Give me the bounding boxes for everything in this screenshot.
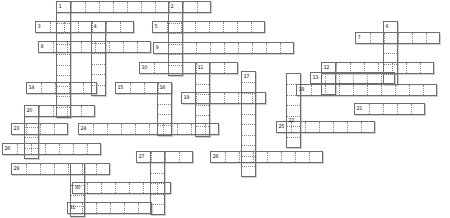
cell-separator: [151, 194, 164, 195]
cell-separator: [182, 63, 183, 73]
cell-separator: [183, 2, 184, 12]
cell-separator: [191, 124, 192, 134]
cell-separator: [383, 104, 384, 114]
cell-separator: [224, 63, 225, 73]
cell-separator: [158, 104, 171, 105]
cell-separator: [158, 83, 159, 93]
cell-separator: [181, 22, 182, 32]
clue-number-19: 19: [184, 95, 189, 100]
cell-separator: [57, 96, 70, 97]
cell-separator: [50, 22, 51, 32]
cell-separator: [163, 124, 164, 134]
cell-separator: [280, 43, 281, 53]
word-slot-5A: 5: [152, 21, 265, 33]
clue-number-23: 23: [14, 126, 19, 131]
clue-number-12: 12: [324, 65, 329, 70]
cell-separator: [57, 65, 70, 66]
cell-separator: [96, 203, 97, 213]
word-slot-24A: 24: [78, 123, 219, 135]
cell-separator: [266, 43, 267, 53]
cell-separator: [151, 204, 164, 205]
word-slot-31A: 31: [67, 202, 152, 214]
cell-separator: [151, 173, 164, 174]
cell-separator: [384, 53, 397, 54]
cell-separator: [224, 43, 225, 53]
cell-separator: [40, 124, 41, 134]
clue-number-28: 28: [213, 154, 218, 159]
cell-separator: [287, 105, 300, 106]
cell-separator: [242, 124, 255, 125]
cell-separator: [169, 2, 170, 12]
cell-separator: [67, 42, 68, 52]
word-slot-26A: 26: [2, 143, 101, 155]
cell-separator: [409, 85, 410, 95]
cell-separator: [353, 85, 354, 95]
cell-separator: [45, 144, 46, 154]
cell-separator: [325, 73, 326, 83]
clue-number-10: 10: [142, 65, 147, 70]
cell-separator: [395, 85, 396, 95]
word-slot-7A: 7: [355, 32, 440, 44]
cell-separator: [26, 124, 27, 134]
cell-separator: [196, 43, 197, 53]
cell-separator: [361, 122, 362, 132]
cell-separator: [96, 164, 97, 174]
cell-separator: [237, 22, 238, 32]
cell-separator: [224, 93, 225, 103]
clue-number-3: 3: [38, 24, 41, 29]
cell-separator: [40, 164, 41, 174]
cell-separator: [325, 85, 326, 95]
cell-separator: [82, 164, 83, 174]
cell-separator: [71, 195, 84, 196]
word-slot-19A: 19: [181, 92, 266, 104]
cell-separator: [41, 83, 42, 93]
clue-number-29: 29: [14, 166, 19, 171]
cell-separator: [406, 63, 407, 73]
cell-separator: [196, 105, 209, 106]
clue-number-26: 26: [5, 146, 10, 151]
cell-separator: [295, 152, 296, 162]
cell-separator: [253, 152, 254, 162]
cell-separator: [426, 33, 427, 43]
cell-separator: [347, 122, 348, 132]
cell-separator: [92, 64, 105, 65]
cell-separator: [397, 104, 398, 114]
cell-separator: [127, 2, 128, 12]
cell-separator: [82, 203, 83, 213]
cell-separator: [287, 116, 300, 117]
cell-separator: [129, 183, 130, 193]
cell-separator: [305, 122, 306, 132]
cell-separator: [67, 106, 68, 116]
word-slot-8A: 8: [38, 41, 151, 53]
cell-separator: [155, 2, 156, 12]
cell-separator: [165, 152, 166, 162]
cell-separator: [333, 122, 334, 132]
word-slot-30A: 30: [72, 182, 171, 194]
cell-separator: [101, 183, 102, 193]
clue-number-31: 31: [70, 205, 75, 210]
clue-number-20: 20: [27, 108, 32, 113]
cell-separator: [113, 2, 114, 12]
cell-separator: [57, 75, 70, 76]
cell-separator: [252, 43, 253, 53]
cell-separator: [110, 203, 111, 213]
word-slot-9A: 9: [153, 42, 294, 54]
cell-separator: [168, 43, 169, 53]
cell-separator: [87, 144, 88, 154]
cell-separator: [398, 33, 399, 43]
cell-separator: [92, 22, 93, 32]
word-slot-14A: 14: [26, 82, 97, 94]
cell-separator: [124, 203, 125, 213]
cell-separator: [71, 2, 72, 12]
cell-separator: [423, 85, 424, 95]
cell-separator: [121, 124, 122, 134]
cell-separator: [196, 84, 209, 85]
cell-separator: [169, 54, 182, 55]
word-slot-21A: 21: [354, 103, 425, 115]
cell-separator: [144, 83, 145, 93]
cell-separator: [115, 183, 116, 193]
cell-separator: [252, 93, 253, 103]
cell-separator: [242, 114, 255, 115]
word-slot-29A: 29: [11, 163, 110, 175]
cell-separator: [137, 42, 138, 52]
cell-separator: [210, 63, 211, 73]
cell-separator: [81, 106, 82, 116]
cell-separator: [412, 33, 413, 43]
cell-separator: [319, 122, 320, 132]
word-slot-23A: 23: [11, 123, 68, 135]
cell-separator: [69, 83, 70, 93]
cell-separator: [59, 144, 60, 154]
cell-separator: [92, 53, 105, 54]
cell-separator: [78, 22, 79, 32]
cell-separator: [196, 63, 197, 73]
cell-separator: [311, 85, 312, 95]
cell-separator: [367, 85, 368, 95]
cell-separator: [367, 73, 368, 83]
cell-separator: [177, 124, 178, 134]
clue-number-13: 13: [313, 75, 318, 80]
cell-separator: [154, 63, 155, 73]
cell-separator: [39, 106, 40, 116]
clue-number-9: 9: [156, 45, 159, 50]
cell-separator: [95, 42, 96, 52]
cell-separator: [195, 22, 196, 32]
cell-separator: [223, 22, 224, 32]
cell-separator: [87, 183, 88, 193]
cell-separator: [353, 73, 354, 83]
cell-separator: [157, 183, 158, 193]
word-slot-13A: 13: [310, 72, 395, 84]
cell-separator: [182, 43, 183, 53]
cell-separator: [196, 93, 197, 103]
cell-separator: [26, 164, 27, 174]
cell-separator: [205, 124, 206, 134]
cell-separator: [197, 2, 198, 12]
cell-separator: [287, 137, 300, 138]
cell-separator: [225, 152, 226, 162]
cell-separator: [141, 2, 142, 12]
cell-separator: [73, 144, 74, 154]
cell-separator: [54, 164, 55, 174]
cell-separator: [339, 73, 340, 83]
cell-separator: [291, 122, 292, 132]
cell-separator: [123, 42, 124, 52]
cell-separator: [242, 135, 255, 136]
word-slot-15A: 15: [115, 82, 172, 94]
cell-separator: [411, 104, 412, 114]
crossword-board: 2461117221613578910121314151819202123242…: [0, 0, 450, 218]
cell-separator: [143, 183, 144, 193]
word-slot-10A: 10: [139, 62, 238, 74]
cell-separator: [179, 152, 180, 162]
cell-separator: [169, 33, 182, 34]
clue-number-15: 15: [118, 85, 123, 90]
cell-separator: [339, 85, 340, 95]
cell-separator: [369, 104, 370, 114]
clue-number-27: 27: [139, 154, 144, 159]
clue-number-21: 21: [357, 106, 362, 111]
cell-separator: [210, 93, 211, 103]
cell-separator: [167, 22, 168, 32]
cell-separator: [130, 83, 131, 93]
cell-separator: [196, 115, 209, 116]
cell-separator: [57, 33, 70, 34]
cell-separator: [106, 22, 107, 32]
cell-separator: [370, 33, 371, 43]
clue-number-8: 8: [41, 44, 44, 49]
cell-separator: [135, 124, 136, 134]
cell-separator: [267, 152, 268, 162]
cell-separator: [17, 144, 18, 154]
cell-separator: [210, 43, 211, 53]
cell-separator: [242, 145, 255, 146]
cell-separator: [381, 85, 382, 95]
clue-number-24: 24: [81, 126, 86, 131]
clue-number-30: 30: [75, 185, 80, 190]
cell-separator: [85, 2, 86, 12]
word-slot-20A: 20: [24, 105, 95, 117]
clue-number-14: 14: [29, 85, 34, 90]
cell-separator: [309, 152, 310, 162]
word-slot-1D: [56, 1, 71, 118]
cell-separator: [57, 54, 70, 55]
cell-separator: [53, 106, 54, 116]
cell-separator: [151, 152, 152, 162]
cell-separator: [242, 166, 255, 167]
cell-separator: [99, 2, 100, 12]
word-slot-3A: 3: [35, 21, 134, 33]
clue-number-25: 25: [279, 124, 284, 129]
cell-separator: [120, 22, 121, 32]
word-slot-1A: 1: [56, 1, 211, 13]
cell-separator: [281, 152, 282, 162]
cell-separator: [420, 63, 421, 73]
cell-separator: [149, 124, 150, 134]
cell-separator: [53, 42, 54, 52]
cell-separator: [107, 124, 108, 134]
cell-separator: [54, 124, 55, 134]
word-slot-25A: 25: [276, 121, 375, 133]
cell-separator: [381, 73, 382, 83]
clue-number-18: 18: [299, 87, 304, 92]
clue-number-17: 17: [244, 74, 249, 79]
cell-separator: [55, 83, 56, 93]
cell-separator: [239, 152, 240, 162]
word-slot-18A: 18: [296, 84, 437, 96]
cell-separator: [238, 43, 239, 53]
cell-separator: [83, 83, 84, 93]
cell-separator: [93, 124, 94, 134]
cell-separator: [138, 203, 139, 213]
word-slot-28A: 28: [210, 151, 323, 163]
cell-separator: [109, 42, 110, 52]
cell-separator: [92, 74, 105, 75]
cell-separator: [384, 33, 385, 43]
clue-number-6: 6: [386, 24, 389, 29]
cell-separator: [158, 114, 171, 115]
cell-separator: [209, 22, 210, 32]
clue-number-5: 5: [155, 24, 158, 29]
cell-separator: [81, 42, 82, 52]
cell-separator: [242, 82, 255, 83]
cell-separator: [25, 137, 38, 138]
cell-separator: [168, 63, 169, 73]
word-slot-27A: 27: [136, 151, 193, 163]
cell-separator: [238, 93, 239, 103]
clue-number-7: 7: [358, 35, 361, 40]
cell-separator: [31, 144, 32, 154]
clue-number-1: 1: [59, 4, 62, 9]
cell-separator: [64, 22, 65, 32]
cell-separator: [251, 22, 252, 32]
cell-separator: [68, 164, 69, 174]
